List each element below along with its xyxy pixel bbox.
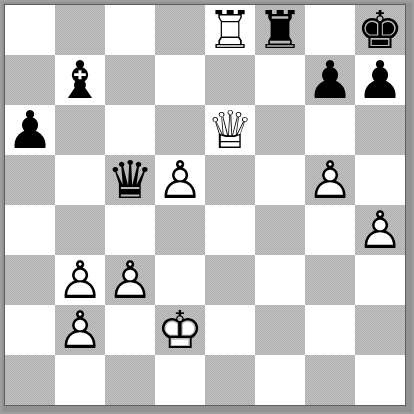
black-queen: ♛: [105, 155, 155, 205]
white-pawn: ♟♙: [55, 255, 105, 305]
white-pawn-glyph: ♙: [55, 255, 105, 305]
square-b1[interactable]: [55, 355, 105, 405]
square-h5[interactable]: [355, 155, 405, 205]
square-f8[interactable]: ♜: [255, 5, 305, 55]
white-pawn-glyph: ♙: [355, 205, 405, 255]
square-f2[interactable]: [255, 305, 305, 355]
square-h3[interactable]: [355, 255, 405, 305]
chess-board: ♜♖♜♚♝♟♟♟♛♕♛♟♙♟♙♟♙♟♙♟♙♟♙♚♔: [5, 5, 405, 405]
square-b4[interactable]: [55, 205, 105, 255]
square-e3[interactable]: [205, 255, 255, 305]
black-pawn: ♟: [5, 105, 55, 155]
white-king: ♚♔: [155, 305, 205, 355]
white-pawn: ♟♙: [305, 155, 355, 205]
square-d7[interactable]: [155, 55, 205, 105]
square-c3[interactable]: ♟♙: [105, 255, 155, 305]
square-a5[interactable]: [5, 155, 55, 205]
square-a7[interactable]: [5, 55, 55, 105]
square-g2[interactable]: [305, 305, 355, 355]
white-king-glyph: ♔: [155, 305, 205, 355]
square-e2[interactable]: [205, 305, 255, 355]
square-d2[interactable]: ♚♔: [155, 305, 205, 355]
square-h6[interactable]: [355, 105, 405, 155]
square-h2[interactable]: [355, 305, 405, 355]
white-rook-glyph: ♖: [205, 5, 255, 55]
white-pawn-glyph: ♙: [305, 155, 355, 205]
square-g6[interactable]: [305, 105, 355, 155]
square-h4[interactable]: ♟♙: [355, 205, 405, 255]
white-pawn: ♟♙: [105, 255, 155, 305]
white-pawn: ♟♙: [155, 155, 205, 205]
square-d1[interactable]: [155, 355, 205, 405]
square-e4[interactable]: [205, 205, 255, 255]
square-b3[interactable]: ♟♙: [55, 255, 105, 305]
white-pawn-glyph: ♙: [105, 255, 155, 305]
square-c7[interactable]: [105, 55, 155, 105]
square-a2[interactable]: [5, 305, 55, 355]
black-bishop: ♝: [55, 55, 105, 105]
square-e8[interactable]: ♜♖: [205, 5, 255, 55]
white-pawn: ♟♙: [55, 305, 105, 355]
square-d3[interactable]: [155, 255, 205, 305]
square-a6[interactable]: ♟: [5, 105, 55, 155]
square-b7[interactable]: ♝: [55, 55, 105, 105]
square-a8[interactable]: [5, 5, 55, 55]
square-d6[interactable]: [155, 105, 205, 155]
square-d8[interactable]: [155, 5, 205, 55]
square-f5[interactable]: [255, 155, 305, 205]
square-h1[interactable]: [355, 355, 405, 405]
white-pawn-glyph: ♙: [155, 155, 205, 205]
chess-diagram-frame: ♜♖♜♚♝♟♟♟♛♕♛♟♙♟♙♟♙♟♙♟♙♟♙♚♔: [0, 0, 414, 414]
square-h8[interactable]: ♚: [355, 5, 405, 55]
square-g3[interactable]: [305, 255, 355, 305]
square-a3[interactable]: [5, 255, 55, 305]
square-f3[interactable]: [255, 255, 305, 305]
square-g8[interactable]: [305, 5, 355, 55]
square-e5[interactable]: [205, 155, 255, 205]
square-e6[interactable]: ♛♕: [205, 105, 255, 155]
square-c6[interactable]: [105, 105, 155, 155]
square-f1[interactable]: [255, 355, 305, 405]
square-c4[interactable]: [105, 205, 155, 255]
square-a4[interactable]: [5, 205, 55, 255]
square-b5[interactable]: [55, 155, 105, 205]
white-queen-glyph: ♕: [205, 105, 255, 155]
square-b2[interactable]: ♟♙: [55, 305, 105, 355]
square-c5[interactable]: ♛: [105, 155, 155, 205]
square-f4[interactable]: [255, 205, 305, 255]
white-pawn-glyph: ♙: [55, 305, 105, 355]
square-f6[interactable]: [255, 105, 305, 155]
square-g7[interactable]: ♟: [305, 55, 355, 105]
square-g1[interactable]: [305, 355, 355, 405]
square-h7[interactable]: ♟: [355, 55, 405, 105]
white-queen: ♛♕: [205, 105, 255, 155]
square-g4[interactable]: [305, 205, 355, 255]
square-c2[interactable]: [105, 305, 155, 355]
black-rook: ♜: [255, 5, 305, 55]
white-rook: ♜♖: [205, 5, 255, 55]
square-b8[interactable]: [55, 5, 105, 55]
black-pawn: ♟: [355, 55, 405, 105]
black-pawn: ♟: [305, 55, 355, 105]
square-c1[interactable]: [105, 355, 155, 405]
square-f7[interactable]: [255, 55, 305, 105]
square-g5[interactable]: ♟♙: [305, 155, 355, 205]
square-d4[interactable]: [155, 205, 205, 255]
square-e7[interactable]: [205, 55, 255, 105]
square-d5[interactable]: ♟♙: [155, 155, 205, 205]
square-b6[interactable]: [55, 105, 105, 155]
square-c8[interactable]: [105, 5, 155, 55]
black-king: ♚: [355, 5, 405, 55]
white-pawn: ♟♙: [355, 205, 405, 255]
square-a1[interactable]: [5, 355, 55, 405]
square-e1[interactable]: [205, 355, 255, 405]
